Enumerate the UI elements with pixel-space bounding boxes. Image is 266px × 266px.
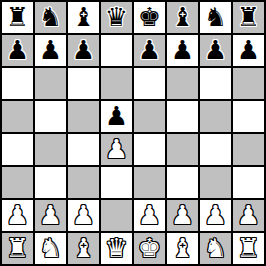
piece-black-pawn[interactable]: ♟ — [171, 37, 194, 63]
square-b8[interactable]: ♞ — [35, 2, 66, 33]
square-h5[interactable] — [233, 101, 264, 132]
square-f6[interactable] — [167, 68, 198, 99]
piece-white-queen[interactable]: ♛ — [105, 235, 128, 261]
piece-black-pawn[interactable]: ♟ — [39, 37, 62, 63]
square-d8[interactable]: ♛ — [101, 2, 132, 33]
square-f8[interactable]: ♝ — [167, 2, 198, 33]
square-h3[interactable] — [233, 167, 264, 198]
piece-black-bishop[interactable]: ♝ — [171, 4, 194, 30]
square-f2[interactable]: ♟ — [167, 200, 198, 231]
square-e2[interactable]: ♟ — [134, 200, 165, 231]
piece-black-king[interactable]: ♚ — [138, 4, 161, 30]
square-g1[interactable]: ♞ — [200, 233, 231, 264]
piece-white-knight[interactable]: ♞ — [39, 235, 62, 261]
square-f4[interactable] — [167, 134, 198, 165]
square-e8[interactable]: ♚ — [134, 2, 165, 33]
square-g2[interactable]: ♟ — [200, 200, 231, 231]
piece-black-knight[interactable]: ♞ — [204, 4, 227, 30]
square-c6[interactable] — [68, 68, 99, 99]
square-g8[interactable]: ♞ — [200, 2, 231, 33]
piece-white-pawn[interactable]: ♟ — [39, 202, 62, 228]
piece-white-rook[interactable]: ♜ — [6, 235, 29, 261]
square-a8[interactable]: ♜ — [2, 2, 33, 33]
square-b5[interactable] — [35, 101, 66, 132]
square-d1[interactable]: ♛ — [101, 233, 132, 264]
square-g7[interactable]: ♟ — [200, 35, 231, 66]
piece-black-pawn[interactable]: ♟ — [105, 103, 128, 129]
square-a1[interactable]: ♜ — [2, 233, 33, 264]
square-c3[interactable] — [68, 167, 99, 198]
piece-black-bishop[interactable]: ♝ — [72, 4, 95, 30]
square-e3[interactable] — [134, 167, 165, 198]
square-c1[interactable]: ♝ — [68, 233, 99, 264]
piece-black-queen[interactable]: ♛ — [105, 4, 128, 30]
square-d4[interactable]: ♟ — [101, 134, 132, 165]
piece-white-king[interactable]: ♚ — [138, 235, 161, 261]
piece-white-pawn[interactable]: ♟ — [171, 202, 194, 228]
piece-white-pawn[interactable]: ♟ — [72, 202, 95, 228]
piece-black-knight[interactable]: ♞ — [39, 4, 62, 30]
square-b7[interactable]: ♟ — [35, 35, 66, 66]
square-e4[interactable] — [134, 134, 165, 165]
square-d6[interactable] — [101, 68, 132, 99]
square-a5[interactable] — [2, 101, 33, 132]
square-b2[interactable]: ♟ — [35, 200, 66, 231]
square-e6[interactable] — [134, 68, 165, 99]
square-a2[interactable]: ♟ — [2, 200, 33, 231]
square-b3[interactable] — [35, 167, 66, 198]
square-b4[interactable] — [35, 134, 66, 165]
square-h8[interactable]: ♜ — [233, 2, 264, 33]
piece-white-pawn[interactable]: ♟ — [105, 136, 128, 162]
piece-black-pawn[interactable]: ♟ — [204, 37, 227, 63]
square-g4[interactable] — [200, 134, 231, 165]
square-a3[interactable] — [2, 167, 33, 198]
square-f1[interactable]: ♝ — [167, 233, 198, 264]
square-h7[interactable]: ♟ — [233, 35, 264, 66]
square-c7[interactable]: ♟ — [68, 35, 99, 66]
square-f3[interactable] — [167, 167, 198, 198]
piece-white-pawn[interactable]: ♟ — [237, 202, 260, 228]
square-e7[interactable]: ♟ — [134, 35, 165, 66]
piece-black-pawn[interactable]: ♟ — [6, 37, 29, 63]
square-f7[interactable]: ♟ — [167, 35, 198, 66]
piece-black-pawn[interactable]: ♟ — [138, 37, 161, 63]
square-e5[interactable] — [134, 101, 165, 132]
square-d3[interactable] — [101, 167, 132, 198]
square-a6[interactable] — [2, 68, 33, 99]
square-f5[interactable] — [167, 101, 198, 132]
square-g3[interactable] — [200, 167, 231, 198]
piece-white-bishop[interactable]: ♝ — [171, 235, 194, 261]
square-a7[interactable]: ♟ — [2, 35, 33, 66]
square-b1[interactable]: ♞ — [35, 233, 66, 264]
square-g6[interactable] — [200, 68, 231, 99]
piece-white-pawn[interactable]: ♟ — [6, 202, 29, 228]
square-h4[interactable] — [233, 134, 264, 165]
square-d5[interactable]: ♟ — [101, 101, 132, 132]
square-c4[interactable] — [68, 134, 99, 165]
piece-white-pawn[interactable]: ♟ — [138, 202, 161, 228]
square-h6[interactable] — [233, 68, 264, 99]
square-e1[interactable]: ♚ — [134, 233, 165, 264]
piece-white-rook[interactable]: ♜ — [237, 235, 260, 261]
chess-board: ♜♞♝♛♚♝♞♜♟♟♟♟♟♟♟♟♟♟♟♟♟♟♟♟♜♞♝♛♚♝♞♜ — [0, 0, 266, 266]
piece-black-rook[interactable]: ♜ — [237, 4, 260, 30]
square-a4[interactable] — [2, 134, 33, 165]
square-b6[interactable] — [35, 68, 66, 99]
piece-white-knight[interactable]: ♞ — [204, 235, 227, 261]
square-g5[interactable] — [200, 101, 231, 132]
square-c5[interactable] — [68, 101, 99, 132]
piece-black-rook[interactable]: ♜ — [6, 4, 29, 30]
piece-white-bishop[interactable]: ♝ — [72, 235, 95, 261]
square-c8[interactable]: ♝ — [68, 2, 99, 33]
square-d2[interactable] — [101, 200, 132, 231]
square-d7[interactable] — [101, 35, 132, 66]
square-c2[interactable]: ♟ — [68, 200, 99, 231]
piece-black-pawn[interactable]: ♟ — [237, 37, 260, 63]
piece-black-pawn[interactable]: ♟ — [72, 37, 95, 63]
piece-white-pawn[interactable]: ♟ — [204, 202, 227, 228]
square-h1[interactable]: ♜ — [233, 233, 264, 264]
square-h2[interactable]: ♟ — [233, 200, 264, 231]
